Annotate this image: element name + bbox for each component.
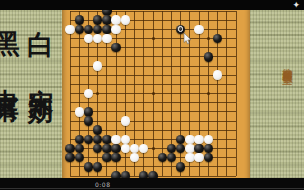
video-timestamp: 0:08	[95, 181, 110, 188]
stone-white	[93, 34, 102, 43]
black-player-column: 黑 申真谞	[0, 30, 20, 83]
grid-vline	[162, 11, 163, 176]
star-point	[152, 147, 155, 150]
stone-black	[102, 135, 111, 144]
stone-black	[93, 125, 102, 134]
stone-black	[75, 144, 84, 153]
stone-white	[121, 135, 130, 144]
black-player-name: 申真谞	[0, 68, 20, 83]
stone-black	[111, 43, 120, 52]
grid-hline	[70, 121, 236, 122]
stone-white	[194, 153, 203, 162]
stone-black	[102, 144, 111, 153]
stone-black	[158, 153, 167, 162]
stone-white	[213, 70, 222, 79]
stone-black	[194, 144, 203, 153]
white-player-column: 白 宋知勋	[27, 31, 54, 84]
star-point	[152, 92, 155, 95]
stone-black	[75, 153, 84, 162]
grid-hline	[70, 102, 236, 103]
stone-black	[84, 25, 93, 34]
video-progress-bar[interactable]	[0, 188, 304, 189]
stone-black	[84, 162, 93, 171]
sparkle-icon[interactable]: ✦	[292, 0, 300, 10]
stone-black	[65, 144, 74, 153]
stone-white	[93, 61, 102, 70]
star-point	[207, 37, 210, 40]
stone-white	[111, 25, 120, 34]
stone-black	[75, 25, 84, 34]
stone-white	[84, 89, 93, 98]
mouse-cursor-icon	[183, 33, 192, 45]
stone-black	[176, 144, 185, 153]
black-label: 黑	[0, 30, 20, 58]
stone-black	[176, 135, 185, 144]
stone-black	[75, 15, 84, 24]
star-point	[207, 92, 210, 95]
stone-black	[93, 15, 102, 24]
stone-white	[102, 34, 111, 43]
stone-black	[84, 135, 93, 144]
stone-black	[111, 144, 120, 153]
stone-white	[204, 135, 213, 144]
grid-vline	[236, 11, 237, 176]
stone-black	[213, 34, 222, 43]
star-point	[96, 92, 99, 95]
player-info-panel: 黑 申真谞 白 宋知勋	[0, 0, 62, 190]
stone-black	[204, 52, 213, 61]
stone-white	[121, 116, 130, 125]
stone-black	[93, 144, 102, 153]
stone-black	[65, 153, 74, 162]
star-point	[152, 37, 155, 40]
stone-white	[65, 25, 74, 34]
stone-black	[176, 162, 185, 171]
stone-white	[121, 15, 130, 24]
white-label: 白	[27, 31, 54, 59]
right-tatami-strip: 徐老师围棋教室	[250, 0, 304, 190]
stone-white	[185, 153, 194, 162]
stone-black	[111, 153, 120, 162]
white-player-name: 宋知勋	[27, 69, 54, 84]
stone-white	[130, 153, 139, 162]
stone-white	[111, 135, 120, 144]
stone-black	[204, 153, 213, 162]
stone-white	[130, 144, 139, 153]
stone-black	[204, 144, 213, 153]
stone-black	[93, 135, 102, 144]
stone-white	[84, 34, 93, 43]
stone-black	[75, 135, 84, 144]
stone-white	[111, 15, 120, 24]
stone-white	[121, 144, 130, 153]
stone-white	[194, 25, 203, 34]
stone-white	[185, 144, 194, 153]
stone-white	[194, 135, 203, 144]
stone-black	[167, 153, 176, 162]
stone-black	[102, 153, 111, 162]
stone-black	[84, 107, 93, 116]
stone-black	[102, 25, 111, 34]
video-frame: 黑 申真谞 白 宋知勋 徐老师围棋教室 ✦ 0:08	[0, 0, 304, 190]
stone-black	[102, 15, 111, 24]
bottom-letterbox-bar: 0:08	[0, 178, 304, 190]
stone-white	[139, 144, 148, 153]
go-board	[62, 0, 250, 190]
stone-white	[75, 107, 84, 116]
watermark-text: 徐老师围棋教室	[280, 60, 294, 67]
stone-black	[93, 25, 102, 34]
stone-black	[93, 162, 102, 171]
grid-vline	[226, 11, 227, 176]
top-letterbox-bar: ✦	[0, 0, 304, 10]
stone-black	[84, 116, 93, 125]
stone-white	[185, 135, 194, 144]
grid-hline	[70, 111, 236, 112]
stone-black	[167, 144, 176, 153]
